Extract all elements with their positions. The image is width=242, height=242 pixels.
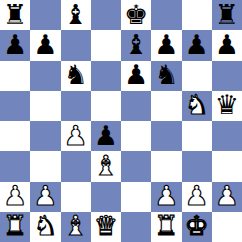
square-e2[interactable]	[121, 182, 151, 212]
square-f4[interactable]	[151, 121, 181, 151]
square-e3[interactable]	[121, 151, 151, 181]
square-a1[interactable]: ♜	[0, 212, 30, 242]
square-c6[interactable]: ♞	[61, 61, 91, 91]
square-h5[interactable]: ♛	[212, 91, 242, 121]
square-b6[interactable]	[30, 61, 60, 91]
square-d2[interactable]	[91, 182, 121, 212]
piece-black-pawn: ♟	[124, 61, 148, 88]
square-h1[interactable]	[212, 212, 242, 242]
piece-black-pawn: ♟	[3, 31, 27, 58]
square-c7[interactable]	[61, 30, 91, 60]
square-e1[interactable]	[121, 212, 151, 242]
square-b4[interactable]	[30, 121, 60, 151]
piece-black-bishop: ♝	[64, 1, 88, 28]
piece-black-knight: ♞	[154, 61, 178, 88]
piece-white-queen: ♛	[94, 212, 118, 239]
piece-black-queen: ♛	[215, 91, 239, 118]
square-c4[interactable]: ♟	[61, 121, 91, 151]
square-b7[interactable]: ♟	[30, 30, 60, 60]
piece-black-rook: ♜	[215, 1, 239, 28]
square-a6[interactable]	[0, 61, 30, 91]
square-c3[interactable]	[61, 151, 91, 181]
chess-board: ♜♝♚♜♟♟♝♟♟♟♞♟♞♞♛♟♟♝♟♟♟♟♟♜♞♝♛♜♚	[0, 0, 242, 242]
piece-black-pawn: ♟	[94, 122, 118, 149]
square-g4[interactable]	[182, 121, 212, 151]
square-g2[interactable]: ♟	[182, 182, 212, 212]
piece-white-pawn: ♟	[3, 182, 27, 209]
piece-black-king: ♚	[124, 1, 148, 28]
piece-white-rook: ♜	[3, 212, 27, 239]
square-h6[interactable]	[212, 61, 242, 91]
square-a2[interactable]: ♟	[0, 182, 30, 212]
square-e7[interactable]: ♝	[121, 30, 151, 60]
square-f5[interactable]	[151, 91, 181, 121]
square-g8[interactable]	[182, 0, 212, 30]
square-e5[interactable]	[121, 91, 151, 121]
square-g7[interactable]: ♟	[182, 30, 212, 60]
square-f1[interactable]: ♜	[151, 212, 181, 242]
square-d7[interactable]	[91, 30, 121, 60]
square-f7[interactable]: ♟	[151, 30, 181, 60]
square-b8[interactable]	[30, 0, 60, 30]
square-a3[interactable]	[0, 151, 30, 181]
piece-black-pawn: ♟	[215, 31, 239, 58]
piece-white-bishop: ♝	[64, 212, 88, 239]
square-c1[interactable]: ♝	[61, 212, 91, 242]
piece-white-rook: ♜	[154, 212, 178, 239]
piece-white-knight: ♞	[33, 212, 57, 239]
square-f6[interactable]: ♞	[151, 61, 181, 91]
piece-black-knight: ♞	[64, 61, 88, 88]
piece-black-pawn: ♟	[33, 31, 57, 58]
piece-white-pawn: ♟	[215, 182, 239, 209]
piece-white-bishop: ♝	[94, 152, 118, 179]
piece-black-pawn: ♟	[185, 31, 209, 58]
square-a8[interactable]: ♜	[0, 0, 30, 30]
square-e8[interactable]: ♚	[121, 0, 151, 30]
square-d8[interactable]	[91, 0, 121, 30]
square-h4[interactable]	[212, 121, 242, 151]
square-f8[interactable]	[151, 0, 181, 30]
square-d6[interactable]	[91, 61, 121, 91]
piece-white-pawn: ♟	[64, 122, 88, 149]
square-d5[interactable]	[91, 91, 121, 121]
square-b3[interactable]	[30, 151, 60, 181]
square-d1[interactable]: ♛	[91, 212, 121, 242]
square-d4[interactable]: ♟	[91, 121, 121, 151]
square-f3[interactable]	[151, 151, 181, 181]
piece-black-bishop: ♝	[124, 31, 148, 58]
square-g5[interactable]: ♞	[182, 91, 212, 121]
square-h3[interactable]	[212, 151, 242, 181]
square-b2[interactable]: ♟	[30, 182, 60, 212]
piece-white-pawn: ♟	[185, 182, 209, 209]
piece-white-pawn: ♟	[33, 182, 57, 209]
square-g6[interactable]	[182, 61, 212, 91]
square-h7[interactable]: ♟	[212, 30, 242, 60]
piece-white-pawn: ♟	[154, 182, 178, 209]
square-a4[interactable]	[0, 121, 30, 151]
square-e4[interactable]	[121, 121, 151, 151]
piece-black-rook: ♜	[3, 1, 27, 28]
piece-black-pawn: ♟	[154, 31, 178, 58]
square-c2[interactable]	[61, 182, 91, 212]
square-b1[interactable]: ♞	[30, 212, 60, 242]
square-g3[interactable]	[182, 151, 212, 181]
square-f2[interactable]: ♟	[151, 182, 181, 212]
square-c8[interactable]: ♝	[61, 0, 91, 30]
square-a5[interactable]	[0, 91, 30, 121]
square-e6[interactable]: ♟	[121, 61, 151, 91]
square-h8[interactable]: ♜	[212, 0, 242, 30]
square-d3[interactable]: ♝	[91, 151, 121, 181]
square-b5[interactable]	[30, 91, 60, 121]
square-c5[interactable]	[61, 91, 91, 121]
square-g1[interactable]: ♚	[182, 212, 212, 242]
piece-white-knight: ♞	[185, 91, 209, 118]
square-h2[interactable]: ♟	[212, 182, 242, 212]
piece-white-king: ♚	[185, 212, 209, 239]
square-a7[interactable]: ♟	[0, 30, 30, 60]
